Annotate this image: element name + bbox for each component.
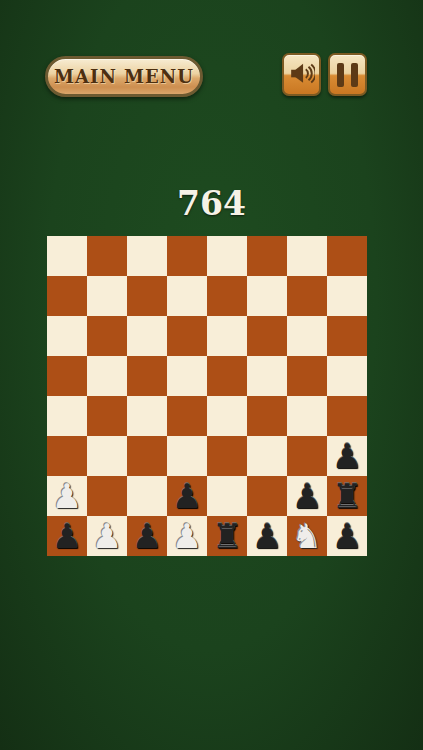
square[interactable]	[207, 316, 247, 356]
square[interactable]: ♟	[87, 516, 127, 556]
square[interactable]	[247, 436, 287, 476]
square[interactable]	[47, 236, 87, 276]
square[interactable]: ♟	[327, 436, 367, 476]
square[interactable]	[127, 316, 167, 356]
square[interactable]	[167, 276, 207, 316]
square[interactable]: ♟	[327, 516, 367, 556]
black-pawn-piece[interactable]: ♟	[132, 516, 162, 556]
main-menu-button[interactable]: MAIN MENU	[45, 56, 203, 97]
square[interactable]: ♞	[287, 516, 327, 556]
square[interactable]	[287, 276, 327, 316]
square[interactable]	[167, 236, 207, 276]
white-pawn-piece[interactable]: ♟	[92, 516, 122, 556]
square[interactable]	[327, 316, 367, 356]
square[interactable]	[207, 356, 247, 396]
black-pawn-piece[interactable]: ♟	[332, 516, 362, 556]
square[interactable]	[247, 236, 287, 276]
square[interactable]	[327, 356, 367, 396]
square[interactable]	[167, 316, 207, 356]
square[interactable]	[127, 396, 167, 436]
black-rook-piece[interactable]: ♜	[332, 476, 362, 516]
square[interactable]: ♟	[47, 516, 87, 556]
pause-button[interactable]	[328, 53, 367, 96]
square[interactable]	[207, 476, 247, 516]
chess-board: ♟♟♟♟♜♟♟♟♟♜♟♞♟	[47, 236, 367, 556]
square[interactable]	[47, 316, 87, 356]
square[interactable]	[287, 236, 327, 276]
square[interactable]	[87, 236, 127, 276]
score-display: 764	[0, 184, 423, 223]
square[interactable]	[127, 356, 167, 396]
square[interactable]	[87, 476, 127, 516]
white-pawn-piece[interactable]: ♟	[52, 476, 82, 516]
black-pawn-piece[interactable]: ♟	[172, 476, 202, 516]
black-pawn-piece[interactable]: ♟	[332, 436, 362, 476]
square[interactable]	[287, 436, 327, 476]
square[interactable]: ♜	[327, 476, 367, 516]
square[interactable]: ♜	[207, 516, 247, 556]
square[interactable]	[47, 356, 87, 396]
square[interactable]	[127, 476, 167, 516]
speaker-icon	[289, 60, 315, 90]
square[interactable]	[87, 356, 127, 396]
square[interactable]: ♟	[167, 476, 207, 516]
square[interactable]: ♟	[127, 516, 167, 556]
square[interactable]	[127, 436, 167, 476]
square[interactable]	[247, 476, 287, 516]
square[interactable]	[247, 356, 287, 396]
square[interactable]	[127, 276, 167, 316]
sound-button[interactable]	[282, 53, 321, 96]
square[interactable]: ♟	[287, 476, 327, 516]
square[interactable]	[47, 436, 87, 476]
black-rook-piece[interactable]: ♜	[212, 516, 242, 556]
white-pawn-piece[interactable]: ♟	[172, 516, 202, 556]
square[interactable]	[87, 436, 127, 476]
square[interactable]	[47, 396, 87, 436]
main-menu-label: MAIN MENU	[54, 66, 194, 87]
square[interactable]	[287, 316, 327, 356]
square[interactable]	[167, 396, 207, 436]
pause-icon	[337, 63, 358, 87]
square[interactable]	[247, 316, 287, 356]
square[interactable]	[207, 436, 247, 476]
square[interactable]	[167, 436, 207, 476]
square[interactable]	[167, 356, 207, 396]
square[interactable]	[327, 276, 367, 316]
square[interactable]	[87, 316, 127, 356]
square[interactable]	[287, 356, 327, 396]
square[interactable]	[87, 276, 127, 316]
square[interactable]	[327, 396, 367, 436]
white-knight-piece[interactable]: ♞	[292, 516, 322, 556]
square[interactable]: ♟	[47, 476, 87, 516]
black-pawn-piece[interactable]: ♟	[292, 476, 322, 516]
black-pawn-piece[interactable]: ♟	[52, 516, 82, 556]
square[interactable]	[207, 396, 247, 436]
black-pawn-piece[interactable]: ♟	[252, 516, 282, 556]
square[interactable]	[207, 236, 247, 276]
square[interactable]	[247, 276, 287, 316]
square[interactable]	[247, 396, 287, 436]
square[interactable]: ♟	[247, 516, 287, 556]
square[interactable]	[47, 276, 87, 316]
square[interactable]	[87, 396, 127, 436]
square[interactable]	[287, 396, 327, 436]
square[interactable]	[207, 276, 247, 316]
square[interactable]	[127, 236, 167, 276]
square[interactable]: ♟	[167, 516, 207, 556]
square[interactable]	[327, 236, 367, 276]
